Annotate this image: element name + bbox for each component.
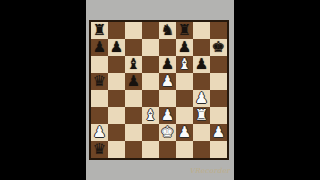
piece-black-pawn: ♟: [93, 39, 106, 56]
square-c5[interactable]: ♟: [125, 73, 142, 90]
square-g3[interactable]: ♜: [193, 107, 210, 124]
square-c1[interactable]: [125, 141, 142, 158]
square-h6[interactable]: [210, 56, 227, 73]
square-h4[interactable]: [210, 90, 227, 107]
piece-white-pawn: ♟: [161, 73, 174, 90]
app-screen: ♜♞♜♟♟♟♚♝♟♝♟♛♟♟♟♝♟♜♟♚♟♟♛ VRecorder: [86, 0, 234, 180]
piece-white-pawn: ♟: [161, 107, 174, 124]
square-g1[interactable]: [193, 141, 210, 158]
square-a1[interactable]: ♛: [91, 141, 108, 158]
chess-board-grid: ♜♞♜♟♟♟♚♝♟♝♟♛♟♟♟♝♟♜♟♚♟♟♛: [91, 22, 227, 158]
chess-board: ♜♞♜♟♟♟♚♝♟♝♟♛♟♟♟♝♟♜♟♚♟♟♛: [89, 20, 229, 160]
square-c8[interactable]: [125, 22, 142, 39]
piece-white-rook: ♜: [195, 107, 208, 124]
square-a5[interactable]: ♛: [91, 73, 108, 90]
square-d2[interactable]: [142, 124, 159, 141]
square-b2[interactable]: [108, 124, 125, 141]
square-f8[interactable]: ♜: [176, 22, 193, 39]
piece-black-pawn: ♟: [195, 56, 208, 73]
piece-white-pawn: ♟: [178, 124, 191, 141]
square-d1[interactable]: [142, 141, 159, 158]
square-d5[interactable]: [142, 73, 159, 90]
piece-black-pawn: ♟: [178, 39, 191, 56]
piece-black-bishop: ♝: [127, 56, 140, 73]
square-h3[interactable]: [210, 107, 227, 124]
square-a7[interactable]: ♟: [91, 39, 108, 56]
square-g6[interactable]: ♟: [193, 56, 210, 73]
square-e6[interactable]: ♟: [159, 56, 176, 73]
piece-white-pawn: ♟: [195, 90, 208, 107]
piece-white-bishop: ♝: [144, 107, 157, 124]
square-f6[interactable]: ♝: [176, 56, 193, 73]
square-f4[interactable]: [176, 90, 193, 107]
square-d3[interactable]: ♝: [142, 107, 159, 124]
piece-black-rook: ♜: [93, 22, 106, 39]
piece-black-queen: ♛: [93, 73, 106, 90]
piece-black-king: ♚: [212, 39, 225, 56]
square-a2[interactable]: ♟: [91, 124, 108, 141]
square-c6[interactable]: ♝: [125, 56, 142, 73]
square-b6[interactable]: [108, 56, 125, 73]
piece-black-pawn: ♟: [161, 56, 174, 73]
square-g8[interactable]: [193, 22, 210, 39]
square-d4[interactable]: [142, 90, 159, 107]
square-b4[interactable]: [108, 90, 125, 107]
square-h1[interactable]: [210, 141, 227, 158]
piece-white-pawn: ♟: [93, 124, 106, 141]
square-g2[interactable]: [193, 124, 210, 141]
square-f2[interactable]: ♟: [176, 124, 193, 141]
square-a3[interactable]: [91, 107, 108, 124]
square-g5[interactable]: [193, 73, 210, 90]
piece-white-bishop: ♝: [178, 56, 191, 73]
square-a6[interactable]: [91, 56, 108, 73]
square-h5[interactable]: [210, 73, 227, 90]
square-f5[interactable]: [176, 73, 193, 90]
square-c7[interactable]: [125, 39, 142, 56]
square-e3[interactable]: ♟: [159, 107, 176, 124]
square-d6[interactable]: [142, 56, 159, 73]
square-e4[interactable]: [159, 90, 176, 107]
square-b1[interactable]: [108, 141, 125, 158]
piece-white-king: ♚: [161, 124, 174, 141]
square-h2[interactable]: ♟: [210, 124, 227, 141]
square-b3[interactable]: [108, 107, 125, 124]
piece-black-queen: ♛: [93, 141, 106, 158]
piece-black-pawn: ♟: [110, 39, 123, 56]
square-c3[interactable]: [125, 107, 142, 124]
square-f1[interactable]: [176, 141, 193, 158]
square-e2[interactable]: ♚: [159, 124, 176, 141]
square-b7[interactable]: ♟: [108, 39, 125, 56]
square-b5[interactable]: [108, 73, 125, 90]
square-d7[interactable]: [142, 39, 159, 56]
screenshot-root: ♜♞♜♟♟♟♚♝♟♝♟♛♟♟♟♝♟♜♟♚♟♟♛ VRecorder: [0, 0, 320, 180]
square-e5[interactable]: ♟: [159, 73, 176, 90]
square-c2[interactable]: [125, 124, 142, 141]
square-a4[interactable]: [91, 90, 108, 107]
square-f7[interactable]: ♟: [176, 39, 193, 56]
square-h8[interactable]: [210, 22, 227, 39]
square-e8[interactable]: ♞: [159, 22, 176, 39]
square-g4[interactable]: ♟: [193, 90, 210, 107]
square-b8[interactable]: [108, 22, 125, 39]
piece-black-knight: ♞: [161, 22, 174, 39]
square-g7[interactable]: [193, 39, 210, 56]
square-a8[interactable]: ♜: [91, 22, 108, 39]
square-e1[interactable]: [159, 141, 176, 158]
piece-black-rook: ♜: [178, 22, 191, 39]
square-c4[interactable]: [125, 90, 142, 107]
square-d8[interactable]: [142, 22, 159, 39]
piece-white-pawn: ♟: [212, 124, 225, 141]
square-e7[interactable]: [159, 39, 176, 56]
square-h7[interactable]: ♚: [210, 39, 227, 56]
piece-black-pawn: ♟: [127, 73, 140, 90]
square-f3[interactable]: [176, 107, 193, 124]
watermark: VRecorder: [189, 167, 230, 175]
